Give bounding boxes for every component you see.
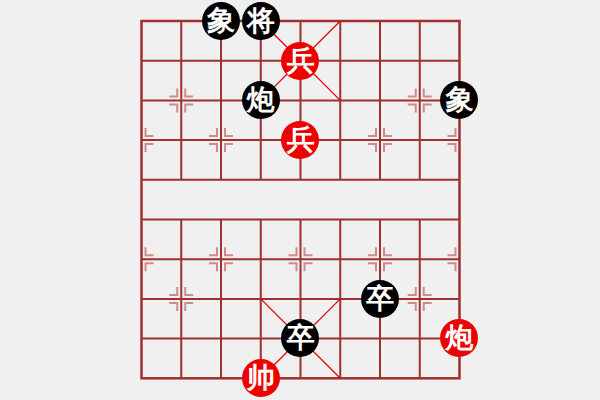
red-soldier[interactable]: 兵 (281, 121, 319, 159)
black-elephant[interactable]: 象 (440, 81, 478, 119)
red-general[interactable]: 帅 (242, 359, 280, 397)
black-cannon[interactable]: 炮 (242, 81, 280, 119)
black-soldier[interactable]: 卒 (281, 319, 319, 357)
black-soldier[interactable]: 卒 (361, 280, 399, 318)
xiangqi-app: 象将兵炮象兵卒卒炮帅 (0, 0, 600, 400)
black-general[interactable]: 将 (242, 2, 280, 40)
red-cannon[interactable]: 炮 (440, 319, 478, 357)
black-elephant[interactable]: 象 (202, 2, 240, 40)
pieces-layer: 象将兵炮象兵卒卒炮帅 (122, 1, 480, 398)
red-soldier[interactable]: 兵 (281, 42, 319, 80)
xiangqi-board[interactable]: 象将兵炮象兵卒卒炮帅 (0, 0, 600, 400)
